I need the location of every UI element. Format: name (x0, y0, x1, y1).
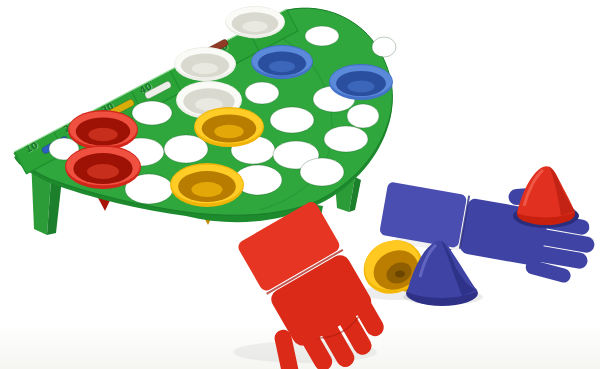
blue-cup[interactable] (251, 45, 313, 79)
red-cone[interactable] (513, 166, 579, 228)
board-hole (300, 158, 344, 186)
game-photo-scene: 1010202030304040505060607070 (0, 0, 600, 369)
yellow-cup-slot (395, 271, 405, 278)
cup-inner-bottom (348, 80, 375, 92)
cup-inner-bottom (88, 128, 117, 142)
scene-svg: 1010202030304040505060607070 (0, 0, 600, 369)
board-hole (372, 37, 396, 57)
board-hole (347, 104, 379, 128)
board-hole (324, 126, 368, 152)
cup-inner-bottom (192, 63, 218, 75)
board-hole (132, 101, 172, 125)
red-cup[interactable] (68, 110, 138, 150)
blue-cup[interactable] (329, 64, 393, 100)
cup-inner-bottom (87, 164, 119, 179)
cup-inner-bottom (191, 182, 222, 197)
board-hole (305, 26, 339, 46)
white-cup[interactable] (174, 47, 236, 81)
red-cup[interactable] (65, 145, 141, 189)
yellow-cup[interactable] (170, 163, 244, 207)
red-hand-paddle[interactable] (212, 200, 395, 369)
cup-inner-bottom (269, 61, 295, 73)
cup-inner-bottom (242, 21, 267, 32)
board-hole (245, 82, 279, 104)
blue-paddle-sleeve (379, 181, 467, 248)
yellow-cup[interactable] (194, 107, 264, 147)
cup-inner-bottom (214, 125, 243, 139)
board-hole (270, 107, 314, 133)
